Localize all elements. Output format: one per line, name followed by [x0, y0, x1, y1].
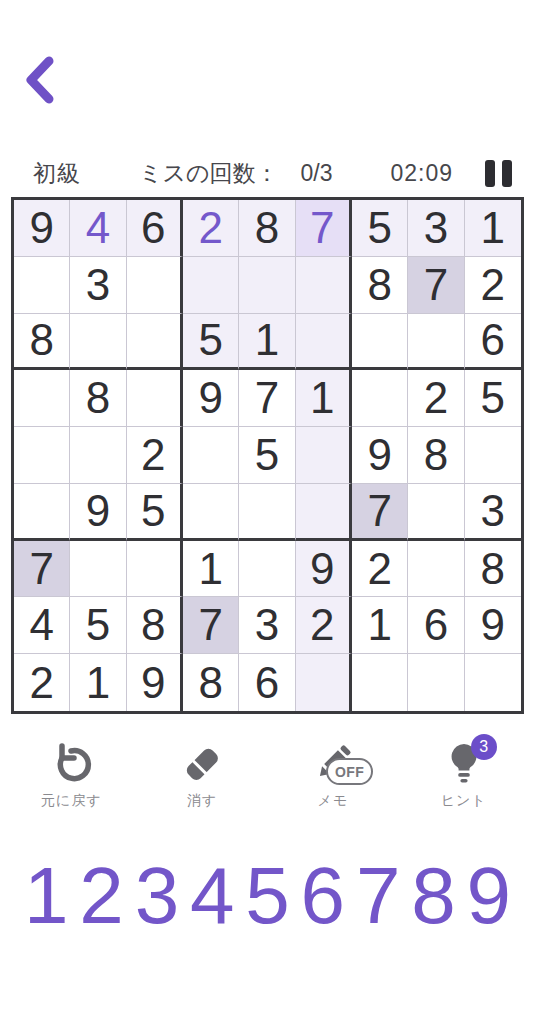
hint-count-badge: 3: [471, 734, 497, 760]
cell-r9c5[interactable]: 6: [239, 654, 295, 711]
cell-r9c3[interactable]: 9: [127, 654, 183, 711]
cell-r7c8[interactable]: [408, 541, 464, 598]
cell-r5c3[interactable]: 2: [127, 427, 183, 484]
cell-r1c8[interactable]: 3: [408, 200, 464, 257]
cell-r9c2[interactable]: 1: [70, 654, 126, 711]
number-pad: 123456789: [0, 850, 535, 942]
cell-r6c7[interactable]: 7: [352, 484, 408, 541]
cell-r1c7[interactable]: 5: [352, 200, 408, 257]
erase-label: 消す: [187, 792, 217, 810]
cell-r2c7[interactable]: 8: [352, 257, 408, 314]
pause-icon: [502, 160, 512, 187]
cell-r5c8[interactable]: 8: [408, 427, 464, 484]
numpad-6[interactable]: 6: [301, 850, 346, 942]
cell-r4c2[interactable]: 8: [70, 370, 126, 427]
cell-r5c7[interactable]: 9: [352, 427, 408, 484]
cell-r1c3[interactable]: 6: [127, 200, 183, 257]
cell-r1c5[interactable]: 8: [239, 200, 295, 257]
memo-label: メモ: [318, 792, 349, 810]
cell-r6c2[interactable]: 9: [70, 484, 126, 541]
cell-r6c6[interactable]: [296, 484, 352, 541]
cell-r5c2[interactable]: [70, 427, 126, 484]
cell-r5c1[interactable]: [14, 427, 70, 484]
cell-r7c1[interactable]: 7: [14, 541, 70, 598]
cell-r7c6[interactable]: 9: [296, 541, 352, 598]
sudoku-board: 9462875313872851689712525989573719284587…: [11, 197, 524, 714]
cell-r9c8[interactable]: [408, 654, 464, 711]
cell-r4c6[interactable]: 1: [296, 370, 352, 427]
cell-r5c9[interactable]: [465, 427, 521, 484]
cell-r7c7[interactable]: 2: [352, 541, 408, 598]
cell-r2c8[interactable]: 7: [408, 257, 464, 314]
numpad-2[interactable]: 2: [79, 850, 124, 942]
cell-r8c7[interactable]: 1: [352, 597, 408, 654]
cell-r2c3[interactable]: [127, 257, 183, 314]
back-button[interactable]: [18, 56, 66, 104]
cell-r8c3[interactable]: 8: [127, 597, 183, 654]
cell-r5c4[interactable]: [183, 427, 239, 484]
cell-r9c6[interactable]: [296, 654, 352, 711]
cell-r6c3[interactable]: 5: [127, 484, 183, 541]
numpad-8[interactable]: 8: [411, 850, 456, 942]
timer: 02:09: [390, 160, 453, 187]
status-bar: 初級 ミスの回数： 0/3 02:09: [0, 158, 535, 189]
mistakes-label: ミスの回数：: [139, 158, 279, 189]
cell-r2c4[interactable]: [183, 257, 239, 314]
cell-r9c1[interactable]: 2: [14, 654, 70, 711]
cell-r8c9[interactable]: 9: [465, 597, 521, 654]
cell-r6c1[interactable]: [14, 484, 70, 541]
numpad-9[interactable]: 9: [467, 850, 512, 942]
cell-r6c5[interactable]: [239, 484, 295, 541]
pause-button[interactable]: [485, 160, 512, 187]
eraser-icon: [178, 739, 226, 787]
cell-r3c1[interactable]: 8: [14, 314, 70, 371]
cell-r9c7[interactable]: [352, 654, 408, 711]
cell-r7c2[interactable]: [70, 541, 126, 598]
cell-r6c9[interactable]: 3: [465, 484, 521, 541]
numpad-3[interactable]: 3: [135, 850, 180, 942]
mistakes-value: 0/3: [301, 160, 333, 187]
undo-label: 元に戻す: [41, 792, 102, 810]
cell-r7c9[interactable]: 8: [465, 541, 521, 598]
numpad-1[interactable]: 1: [24, 850, 69, 942]
difficulty-label: 初級: [33, 158, 81, 189]
toolbar: 元に戻す 消す OFF メモ: [0, 739, 535, 810]
cell-r4c3[interactable]: [127, 370, 183, 427]
cell-r9c9[interactable]: [465, 654, 521, 711]
cell-r7c3[interactable]: [127, 541, 183, 598]
erase-button[interactable]: 消す: [147, 739, 257, 810]
cell-r1c2[interactable]: 4: [70, 200, 126, 257]
cell-r4c8[interactable]: 2: [408, 370, 464, 427]
chevron-left-icon: [18, 56, 66, 104]
cell-r3c9[interactable]: 6: [465, 314, 521, 371]
pause-icon: [485, 160, 495, 187]
cell-r3c5[interactable]: 1: [239, 314, 295, 371]
cell-r3c4[interactable]: 5: [183, 314, 239, 371]
cell-r4c1[interactable]: [14, 370, 70, 427]
cell-r2c2[interactable]: 3: [70, 257, 126, 314]
mistakes-counter: ミスの回数： 0/3: [139, 158, 333, 189]
cell-r3c8[interactable]: [408, 314, 464, 371]
cell-r9c4[interactable]: 8: [183, 654, 239, 711]
cell-r4c5[interactable]: 7: [239, 370, 295, 427]
cell-r3c7[interactable]: [352, 314, 408, 371]
cell-r7c4[interactable]: 1: [183, 541, 239, 598]
cell-r8c1[interactable]: 4: [14, 597, 70, 654]
undo-icon: [47, 739, 95, 787]
cell-r5c6[interactable]: [296, 427, 352, 484]
memo-off-badge: OFF: [326, 758, 374, 785]
memo-button[interactable]: OFF メモ: [278, 739, 388, 810]
undo-button[interactable]: 元に戻す: [16, 739, 126, 810]
cell-r6c4[interactable]: [183, 484, 239, 541]
cell-r1c6[interactable]: 7: [296, 200, 352, 257]
cell-r3c3[interactable]: [127, 314, 183, 371]
hint-label: ヒント: [441, 792, 487, 810]
cell-r2c1[interactable]: [14, 257, 70, 314]
cell-r8c2[interactable]: 5: [70, 597, 126, 654]
cell-r3c2[interactable]: [70, 314, 126, 371]
cell-r2c5[interactable]: [239, 257, 295, 314]
cell-r2c6[interactable]: [296, 257, 352, 314]
cell-r8c8[interactable]: 6: [408, 597, 464, 654]
cell-r8c6[interactable]: 2: [296, 597, 352, 654]
cell-r4c4[interactable]: 9: [183, 370, 239, 427]
cell-r1c4[interactable]: 2: [183, 200, 239, 257]
cell-r8c5[interactable]: 3: [239, 597, 295, 654]
numpad-7[interactable]: 7: [356, 850, 401, 942]
numpad-5[interactable]: 5: [245, 850, 290, 942]
cell-r6c8[interactable]: [408, 484, 464, 541]
cell-r2c9[interactable]: 2: [465, 257, 521, 314]
cell-r7c5[interactable]: [239, 541, 295, 598]
cell-r4c7[interactable]: [352, 370, 408, 427]
cell-r4c9[interactable]: 5: [465, 370, 521, 427]
hint-button[interactable]: 3 ヒント: [409, 739, 519, 810]
cell-r5c5[interactable]: 5: [239, 427, 295, 484]
cell-r1c1[interactable]: 9: [14, 200, 70, 257]
cell-r8c4[interactable]: 7: [183, 597, 239, 654]
cell-r1c9[interactable]: 1: [465, 200, 521, 257]
cell-r3c6[interactable]: [296, 314, 352, 371]
numpad-4[interactable]: 4: [190, 850, 235, 942]
